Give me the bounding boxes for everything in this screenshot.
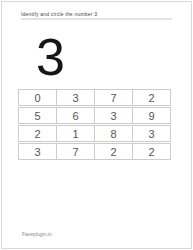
worksheet-title: Identify and circle the number 3 — [21, 11, 97, 17]
footer-credit: Faveplugin.in — [22, 231, 52, 237]
grid-cell-r4c4[interactable]: 2 — [132, 143, 171, 160]
grid-cell-r1c4[interactable]: 2 — [132, 89, 171, 106]
grid-cell-r2c4[interactable]: 9 — [132, 107, 171, 124]
grid-cell-r3c4[interactable]: 3 — [132, 125, 171, 142]
grid-row-2: 5639 — [18, 107, 171, 124]
grid-cell-r1c1[interactable]: 0 — [18, 89, 57, 106]
grid-cell-r3c3[interactable]: 8 — [94, 125, 133, 142]
number-grid: 0372563921833722 — [18, 89, 171, 160]
worksheet-page: Identify and circle the number 3 3 03725… — [1, 1, 192, 249]
grid-cell-r1c3[interactable]: 7 — [94, 89, 133, 106]
grid-cell-r2c3[interactable]: 3 — [94, 107, 133, 124]
grid-cell-r3c2[interactable]: 1 — [56, 125, 95, 142]
grid-row-1: 0372 — [18, 89, 171, 106]
grid-cell-r4c2[interactable]: 7 — [56, 143, 95, 160]
grid-cell-r4c1[interactable]: 3 — [18, 143, 57, 160]
big-number: 3 — [36, 31, 65, 83]
grid-cell-r4c3[interactable]: 2 — [94, 143, 133, 160]
grid-row-3: 2183 — [18, 125, 171, 142]
grid-cell-r1c2[interactable]: 3 — [56, 89, 95, 106]
grid-cell-r2c2[interactable]: 6 — [56, 107, 95, 124]
title-underline — [21, 18, 172, 20]
grid-cell-r2c1[interactable]: 5 — [18, 107, 57, 124]
grid-row-4: 3722 — [18, 143, 171, 160]
grid-cell-r3c1[interactable]: 2 — [18, 125, 57, 142]
